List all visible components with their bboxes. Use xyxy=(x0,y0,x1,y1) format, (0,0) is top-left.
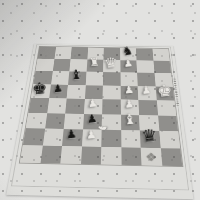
white-queen-e7: ♛ xyxy=(102,54,120,71)
square-g5: ♟ xyxy=(138,86,157,100)
square-g1: ❖ xyxy=(141,147,162,165)
square-f1 xyxy=(121,147,142,165)
board-scene: ♞♜♛♟♝♚♟♟♟♚♟♟♟♟♝♟♟♛❖ xyxy=(0,0,200,200)
square-c6: ♝ xyxy=(68,71,86,84)
white-bishop-f3: ♝ xyxy=(119,109,140,129)
square-a2 xyxy=(23,128,45,145)
square-h2 xyxy=(159,131,180,148)
square-g2: ♛ xyxy=(140,131,161,148)
square-b1 xyxy=(40,145,62,163)
square-h5: ♚ xyxy=(155,86,174,100)
square-g4 xyxy=(138,100,157,115)
square-f2 xyxy=(121,130,141,147)
black-king-a5: ♚ xyxy=(30,79,49,98)
square-h1 xyxy=(160,148,182,166)
photo-canvas: ♞♜♛♟♝♚♟♟♟♚♟♟♟♟♝♟♟♛❖ xyxy=(0,0,200,200)
black-queen-g2: ♛ xyxy=(138,125,160,146)
white-pawn-d2: ♟ xyxy=(80,124,101,145)
square-e2 xyxy=(101,130,121,147)
board-sheet: ♞♜♛♟♝♚♟♟♟♚♟♟♟♟♝♟♟♛❖ xyxy=(6,43,193,199)
board-logo-icon: ❖ xyxy=(141,147,161,166)
black-bishop-c6: ♝ xyxy=(67,66,86,84)
square-f7: ♟ xyxy=(120,60,137,73)
square-g8 xyxy=(136,48,153,60)
square-b8 xyxy=(54,47,72,59)
white-king-h5: ♚ xyxy=(154,81,174,100)
square-e6 xyxy=(103,72,120,86)
square-e1 xyxy=(101,147,121,165)
square-d2: ♟ xyxy=(82,129,102,146)
square-h4 xyxy=(156,100,176,115)
square-a4 xyxy=(28,98,48,113)
square-b5: ♟ xyxy=(49,84,68,98)
square-h3 xyxy=(158,115,178,131)
square-e3: ♟ xyxy=(102,114,121,130)
white-pawn-f7: ♟ xyxy=(119,54,138,71)
chess-board: ♞♜♛♟♝♚♟♟♟♚♟♟♟♟♝♟♟♛❖ xyxy=(20,47,182,167)
square-d6 xyxy=(85,72,103,86)
square-c2: ♟ xyxy=(62,129,83,146)
white-rook-d7: ♜ xyxy=(85,54,103,71)
square-d1 xyxy=(81,146,102,164)
square-a3 xyxy=(26,113,47,129)
square-g7 xyxy=(137,60,155,73)
square-a5: ♚ xyxy=(31,84,51,98)
black-pawn-b5: ♟ xyxy=(48,79,67,98)
square-h8 xyxy=(152,49,170,61)
square-d7: ♜ xyxy=(86,59,103,72)
square-e4 xyxy=(102,99,120,114)
square-a1 xyxy=(20,145,43,163)
square-a7 xyxy=(36,58,55,71)
square-h7 xyxy=(153,60,171,73)
square-f3: ♝ xyxy=(121,114,140,130)
square-b4 xyxy=(47,98,67,113)
square-e5 xyxy=(102,85,120,99)
white-pawn-g5: ♟ xyxy=(136,81,156,100)
square-c1 xyxy=(60,146,81,164)
square-e7: ♛ xyxy=(103,60,120,73)
square-a8 xyxy=(38,47,56,59)
black-pawn-c2: ♟ xyxy=(61,124,82,145)
